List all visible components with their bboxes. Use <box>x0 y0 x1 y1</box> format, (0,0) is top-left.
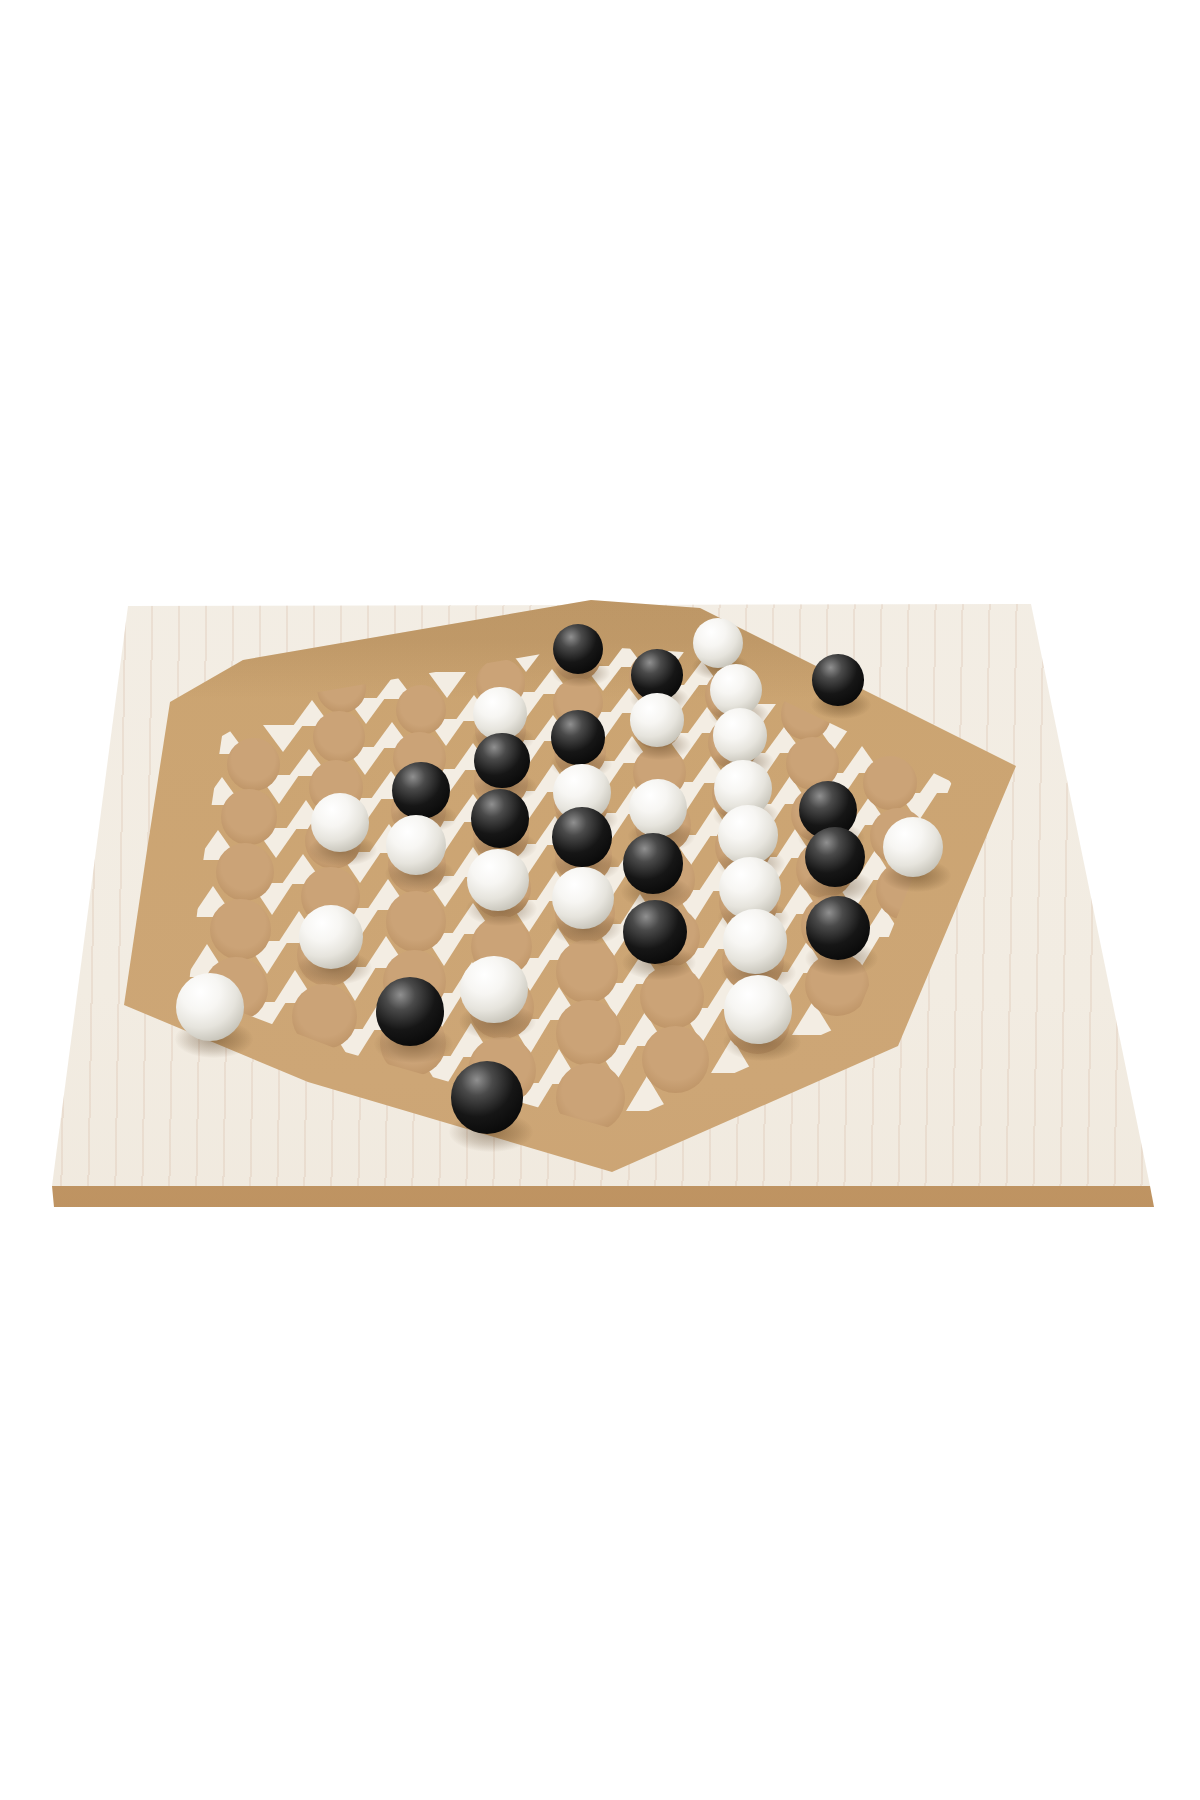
white-marble[interactable] <box>467 849 529 911</box>
white-marble[interactable] <box>386 815 446 875</box>
black-marble[interactable] <box>623 833 684 894</box>
black-marble[interactable] <box>812 654 864 706</box>
product-photo-scene: Abalone-style hexagonal wooden marble bo… <box>0 0 1200 1800</box>
white-marble[interactable] <box>299 905 364 970</box>
white-marble[interactable] <box>629 779 687 837</box>
black-marble[interactable] <box>376 977 444 1045</box>
white-marble[interactable] <box>883 817 943 877</box>
black-marble[interactable] <box>392 762 449 819</box>
white-marble[interactable] <box>693 618 743 668</box>
marble-layer <box>0 0 1200 1800</box>
black-marble[interactable] <box>623 900 687 964</box>
black-marble[interactable] <box>474 733 530 789</box>
white-marble[interactable] <box>630 693 684 747</box>
white-marble[interactable] <box>552 867 615 930</box>
black-marble[interactable] <box>471 789 530 848</box>
black-marble[interactable] <box>551 710 606 765</box>
white-marble[interactable] <box>713 708 768 763</box>
white-marble[interactable] <box>311 793 370 852</box>
white-marble[interactable] <box>724 975 792 1043</box>
white-marble[interactable] <box>460 956 527 1023</box>
black-marble[interactable] <box>552 807 612 867</box>
black-marble[interactable] <box>451 1061 524 1134</box>
white-marble[interactable] <box>723 909 788 974</box>
black-marble[interactable] <box>553 624 603 674</box>
white-marble[interactable] <box>176 973 244 1041</box>
black-marble[interactable] <box>806 896 870 960</box>
